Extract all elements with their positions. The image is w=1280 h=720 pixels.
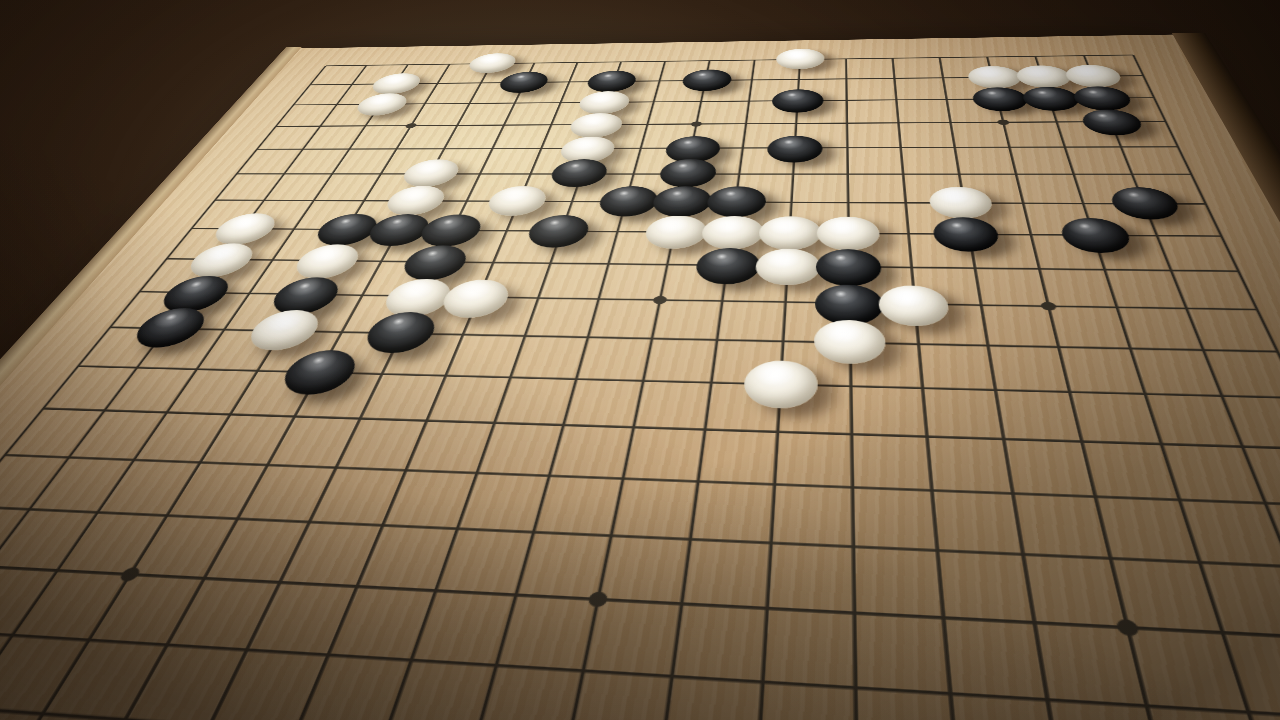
- grid-line: [0, 66, 326, 720]
- go-photo-scene: [0, 0, 1280, 720]
- go-board: [0, 35, 1280, 720]
- grid-line: [0, 626, 1280, 720]
- star-point: [997, 120, 1010, 125]
- star-point: [652, 296, 667, 304]
- grid-line: [78, 366, 1280, 398]
- star-point: [1115, 619, 1140, 636]
- grid-line: [0, 697, 1280, 720]
- star-point: [404, 123, 417, 128]
- board-grid: [0, 35, 1280, 720]
- star-point: [1040, 302, 1057, 311]
- grid-line: [846, 59, 858, 720]
- star-point: [587, 591, 608, 607]
- grid-line: [0, 64, 450, 720]
- grid-line: [326, 55, 1134, 66]
- black-stone: [766, 136, 823, 163]
- star-point: [690, 121, 702, 126]
- grid-line: [167, 63, 534, 720]
- grid-line: [449, 61, 665, 720]
- grid-line: [0, 506, 1280, 570]
- grid-line: [0, 65, 408, 720]
- grid-line: [43, 409, 1280, 450]
